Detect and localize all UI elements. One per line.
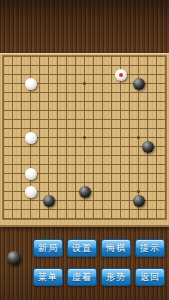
white-stone bbox=[25, 132, 37, 144]
star-point bbox=[83, 136, 86, 139]
star-point bbox=[83, 82, 86, 85]
go-board[interactable] bbox=[0, 53, 169, 227]
white-stone bbox=[115, 69, 127, 81]
star-point bbox=[137, 190, 140, 193]
hint-button[interactable]: 提示 bbox=[135, 239, 165, 257]
star-point bbox=[137, 136, 140, 139]
app-screen: 新局 设置 悔棋 提示 菜单 虚着 形势 返回 bbox=[0, 0, 169, 300]
settings-button[interactable]: 设置 bbox=[67, 239, 97, 257]
black-stone bbox=[133, 195, 145, 207]
last-move-marker bbox=[119, 73, 123, 77]
board-grid[interactable] bbox=[3, 56, 166, 219]
black-stone bbox=[79, 186, 91, 198]
black-stone bbox=[142, 141, 154, 153]
black-stone bbox=[133, 78, 145, 90]
undo-button[interactable]: 悔棋 bbox=[101, 239, 131, 257]
white-stone bbox=[25, 168, 37, 180]
new-game-button[interactable]: 新局 bbox=[33, 239, 63, 257]
menu-button[interactable]: 菜单 bbox=[33, 268, 63, 286]
back-button[interactable]: 返回 bbox=[135, 268, 165, 286]
territory-estimate-button[interactable]: 形势 bbox=[101, 268, 131, 286]
turn-indicator-black-stone bbox=[7, 251, 21, 265]
white-stone bbox=[25, 78, 37, 90]
black-stone bbox=[43, 195, 55, 207]
pass-button[interactable]: 虚着 bbox=[67, 268, 97, 286]
white-stone bbox=[25, 186, 37, 198]
